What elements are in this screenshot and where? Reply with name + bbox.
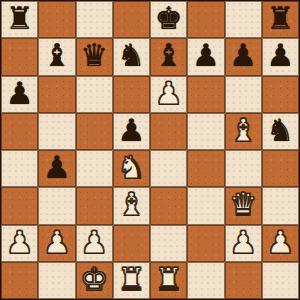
white-knight: ♞ — [117, 152, 145, 183]
black-rook: ♜ — [6, 3, 34, 34]
square-f7[interactable]: ♟ — [187, 38, 224, 75]
square-g4[interactable] — [225, 150, 262, 187]
square-d4[interactable]: ♞ — [113, 150, 150, 187]
black-bishop: ♝ — [43, 40, 71, 71]
square-e3[interactable] — [150, 187, 187, 224]
square-b2[interactable]: ♟ — [38, 225, 75, 262]
square-c6[interactable] — [76, 76, 113, 113]
square-f6[interactable] — [187, 76, 224, 113]
white-king: ♚ — [80, 264, 108, 295]
square-c5[interactable] — [76, 113, 113, 150]
square-e2[interactable] — [150, 225, 187, 262]
chess-board-frame: ♜♚♜♝♛♞♝♟♟♟♟♟♟♝♞♟♞♝♛♟♟♟♟♟♚♜♜ — [0, 0, 300, 300]
square-f2[interactable] — [187, 225, 224, 262]
square-d1[interactable]: ♜ — [113, 262, 150, 299]
square-d6[interactable] — [113, 76, 150, 113]
square-h7[interactable]: ♟ — [262, 38, 299, 75]
square-d3[interactable]: ♝ — [113, 187, 150, 224]
square-e7[interactable]: ♝ — [150, 38, 187, 75]
black-knight: ♞ — [266, 115, 294, 146]
black-pawn: ♟ — [192, 40, 220, 71]
square-c7[interactable]: ♛ — [76, 38, 113, 75]
square-g3[interactable]: ♛ — [225, 187, 262, 224]
white-bishop: ♝ — [229, 115, 257, 146]
square-e8[interactable]: ♚ — [150, 1, 187, 38]
white-queen: ♛ — [229, 189, 257, 220]
square-a7[interactable] — [1, 38, 38, 75]
square-a2[interactable]: ♟ — [1, 225, 38, 262]
square-g1[interactable] — [225, 262, 262, 299]
square-h8[interactable]: ♜ — [262, 1, 299, 38]
black-pawn: ♟ — [117, 115, 145, 146]
chess-board: ♜♚♜♝♛♞♝♟♟♟♟♟♟♝♞♟♞♝♛♟♟♟♟♟♚♜♜ — [1, 1, 299, 299]
black-knight: ♞ — [117, 40, 145, 71]
square-d2[interactable] — [113, 225, 150, 262]
square-f5[interactable] — [187, 113, 224, 150]
square-h3[interactable] — [262, 187, 299, 224]
square-h5[interactable]: ♞ — [262, 113, 299, 150]
square-g8[interactable] — [225, 1, 262, 38]
square-c2[interactable]: ♟ — [76, 225, 113, 262]
square-b7[interactable]: ♝ — [38, 38, 75, 75]
black-pawn: ♟ — [229, 40, 257, 71]
square-b3[interactable] — [38, 187, 75, 224]
square-b5[interactable] — [38, 113, 75, 150]
square-a3[interactable] — [1, 187, 38, 224]
white-pawn: ♟ — [229, 227, 257, 258]
square-h1[interactable] — [262, 262, 299, 299]
square-a4[interactable] — [1, 150, 38, 187]
square-a5[interactable] — [1, 113, 38, 150]
square-c3[interactable] — [76, 187, 113, 224]
white-rook: ♜ — [117, 264, 145, 295]
black-bishop: ♝ — [155, 40, 183, 71]
black-pawn: ♟ — [6, 78, 34, 109]
white-pawn: ♟ — [43, 227, 71, 258]
square-g2[interactable]: ♟ — [225, 225, 262, 262]
square-e6[interactable]: ♟ — [150, 76, 187, 113]
square-h2[interactable]: ♟ — [262, 225, 299, 262]
square-e1[interactable]: ♜ — [150, 262, 187, 299]
square-b4[interactable]: ♟ — [38, 150, 75, 187]
white-rook: ♜ — [155, 264, 183, 295]
square-h4[interactable] — [262, 150, 299, 187]
black-rook: ♜ — [266, 3, 294, 34]
square-b8[interactable] — [38, 1, 75, 38]
square-b6[interactable] — [38, 76, 75, 113]
square-a6[interactable]: ♟ — [1, 76, 38, 113]
square-c8[interactable] — [76, 1, 113, 38]
black-queen: ♛ — [80, 40, 108, 71]
white-pawn: ♟ — [6, 227, 34, 258]
white-pawn: ♟ — [155, 78, 183, 109]
square-g6[interactable] — [225, 76, 262, 113]
square-b1[interactable] — [38, 262, 75, 299]
square-g5[interactable]: ♝ — [225, 113, 262, 150]
square-c1[interactable]: ♚ — [76, 262, 113, 299]
black-king: ♚ — [155, 3, 183, 34]
white-bishop: ♝ — [117, 189, 145, 220]
square-e4[interactable] — [150, 150, 187, 187]
square-f3[interactable] — [187, 187, 224, 224]
square-e5[interactable] — [150, 113, 187, 150]
square-h6[interactable] — [262, 76, 299, 113]
square-a1[interactable] — [1, 262, 38, 299]
square-d5[interactable]: ♟ — [113, 113, 150, 150]
white-pawn: ♟ — [266, 227, 294, 258]
square-f1[interactable] — [187, 262, 224, 299]
square-a8[interactable]: ♜ — [1, 1, 38, 38]
black-pawn: ♟ — [266, 40, 294, 71]
square-g7[interactable]: ♟ — [225, 38, 262, 75]
square-f8[interactable] — [187, 1, 224, 38]
square-d7[interactable]: ♞ — [113, 38, 150, 75]
white-pawn: ♟ — [80, 227, 108, 258]
square-d8[interactable] — [113, 1, 150, 38]
square-c4[interactable] — [76, 150, 113, 187]
black-pawn: ♟ — [43, 152, 71, 183]
square-f4[interactable] — [187, 150, 224, 187]
